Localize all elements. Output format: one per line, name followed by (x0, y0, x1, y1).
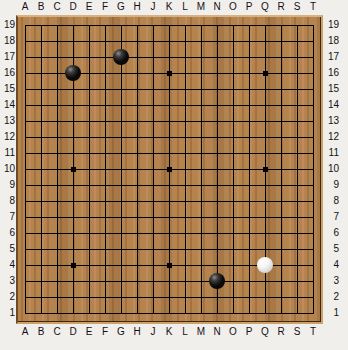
intersection-S15[interactable] (289, 81, 305, 97)
intersection-R13[interactable] (273, 113, 289, 129)
intersection-F13[interactable] (97, 113, 113, 129)
intersection-B2[interactable] (33, 289, 49, 305)
intersection-J9[interactable] (145, 177, 161, 193)
intersection-R12[interactable] (273, 129, 289, 145)
intersection-S2[interactable] (289, 289, 305, 305)
intersection-R15[interactable] (273, 81, 289, 97)
intersection-K11[interactable] (161, 145, 177, 161)
intersection-O11[interactable] (225, 145, 241, 161)
intersection-T4[interactable] (305, 257, 321, 273)
intersection-C1[interactable] (49, 305, 65, 321)
intersection-S3[interactable] (289, 273, 305, 289)
intersection-L3[interactable] (177, 273, 193, 289)
intersection-G17[interactable] (113, 49, 129, 65)
intersection-C2[interactable] (49, 289, 65, 305)
intersection-P8[interactable] (241, 193, 257, 209)
intersection-G15[interactable] (113, 81, 129, 97)
intersection-H17[interactable] (129, 49, 145, 65)
intersection-N1[interactable] (209, 305, 225, 321)
intersection-L12[interactable] (177, 129, 193, 145)
intersection-Q8[interactable] (257, 193, 273, 209)
intersection-J1[interactable] (145, 305, 161, 321)
intersection-M11[interactable] (193, 145, 209, 161)
intersection-R8[interactable] (273, 193, 289, 209)
intersection-R6[interactable] (273, 225, 289, 241)
intersection-B10[interactable] (33, 161, 49, 177)
intersection-K19[interactable] (161, 17, 177, 33)
intersection-N14[interactable] (209, 97, 225, 113)
intersection-M19[interactable] (193, 17, 209, 33)
intersection-G13[interactable] (113, 113, 129, 129)
intersection-L8[interactable] (177, 193, 193, 209)
intersection-N6[interactable] (209, 225, 225, 241)
intersection-G16[interactable] (113, 65, 129, 81)
intersection-F17[interactable] (97, 49, 113, 65)
intersection-F10[interactable] (97, 161, 113, 177)
intersection-D1[interactable] (65, 305, 81, 321)
intersection-G3[interactable] (113, 273, 129, 289)
intersection-S5[interactable] (289, 241, 305, 257)
intersection-T9[interactable] (305, 177, 321, 193)
intersection-A1[interactable] (17, 305, 33, 321)
intersection-P2[interactable] (241, 289, 257, 305)
intersection-T7[interactable] (305, 209, 321, 225)
intersection-N13[interactable] (209, 113, 225, 129)
intersection-S9[interactable] (289, 177, 305, 193)
intersection-B12[interactable] (33, 129, 49, 145)
intersection-F6[interactable] (97, 225, 113, 241)
intersection-A15[interactable] (17, 81, 33, 97)
intersection-G2[interactable] (113, 289, 129, 305)
intersection-F14[interactable] (97, 97, 113, 113)
black-stone-N3[interactable] (209, 273, 225, 289)
intersection-Q5[interactable] (257, 241, 273, 257)
intersection-O12[interactable] (225, 129, 241, 145)
intersection-R18[interactable] (273, 33, 289, 49)
intersection-Q1[interactable] (257, 305, 273, 321)
intersection-A16[interactable] (17, 65, 33, 81)
intersection-N3[interactable] (209, 273, 225, 289)
intersection-D12[interactable] (65, 129, 81, 145)
intersection-L6[interactable] (177, 225, 193, 241)
intersection-F19[interactable] (97, 17, 113, 33)
intersection-T6[interactable] (305, 225, 321, 241)
intersection-G19[interactable] (113, 17, 129, 33)
intersection-D3[interactable] (65, 273, 81, 289)
intersection-Q15[interactable] (257, 81, 273, 97)
intersection-J13[interactable] (145, 113, 161, 129)
intersection-G11[interactable] (113, 145, 129, 161)
intersection-C7[interactable] (49, 209, 65, 225)
intersection-H18[interactable] (129, 33, 145, 49)
intersection-M1[interactable] (193, 305, 209, 321)
intersection-S1[interactable] (289, 305, 305, 321)
intersection-F4[interactable] (97, 257, 113, 273)
intersection-S4[interactable] (289, 257, 305, 273)
intersection-Q6[interactable] (257, 225, 273, 241)
intersection-A10[interactable] (17, 161, 33, 177)
intersection-J7[interactable] (145, 209, 161, 225)
intersection-P10[interactable] (241, 161, 257, 177)
intersection-H13[interactable] (129, 113, 145, 129)
intersection-Q11[interactable] (257, 145, 273, 161)
intersection-R14[interactable] (273, 97, 289, 113)
intersection-D11[interactable] (65, 145, 81, 161)
intersection-D16[interactable] (65, 65, 81, 81)
intersection-D17[interactable] (65, 49, 81, 65)
intersection-K5[interactable] (161, 241, 177, 257)
intersection-S10[interactable] (289, 161, 305, 177)
intersection-A13[interactable] (17, 113, 33, 129)
intersection-R17[interactable] (273, 49, 289, 65)
intersection-D9[interactable] (65, 177, 81, 193)
intersection-L13[interactable] (177, 113, 193, 129)
intersection-L10[interactable] (177, 161, 193, 177)
intersection-N8[interactable] (209, 193, 225, 209)
intersection-Q4[interactable] (257, 257, 273, 273)
intersection-E9[interactable] (81, 177, 97, 193)
intersection-K3[interactable] (161, 273, 177, 289)
intersection-J16[interactable] (145, 65, 161, 81)
intersection-A17[interactable] (17, 49, 33, 65)
intersection-O9[interactable] (225, 177, 241, 193)
intersection-N7[interactable] (209, 209, 225, 225)
intersection-K7[interactable] (161, 209, 177, 225)
intersection-E7[interactable] (81, 209, 97, 225)
intersection-K15[interactable] (161, 81, 177, 97)
intersection-K2[interactable] (161, 289, 177, 305)
intersection-T15[interactable] (305, 81, 321, 97)
intersection-C10[interactable] (49, 161, 65, 177)
intersection-A14[interactable] (17, 97, 33, 113)
intersection-S17[interactable] (289, 49, 305, 65)
intersection-L4[interactable] (177, 257, 193, 273)
intersection-E12[interactable] (81, 129, 97, 145)
intersection-O19[interactable] (225, 17, 241, 33)
intersection-F8[interactable] (97, 193, 113, 209)
intersection-H10[interactable] (129, 161, 145, 177)
intersection-J8[interactable] (145, 193, 161, 209)
intersection-H3[interactable] (129, 273, 145, 289)
intersection-O6[interactable] (225, 225, 241, 241)
intersection-Q12[interactable] (257, 129, 273, 145)
intersection-A5[interactable] (17, 241, 33, 257)
intersection-Q16[interactable] (257, 65, 273, 81)
intersection-F18[interactable] (97, 33, 113, 49)
intersection-M5[interactable] (193, 241, 209, 257)
intersection-P1[interactable] (241, 305, 257, 321)
intersection-O4[interactable] (225, 257, 241, 273)
intersection-P5[interactable] (241, 241, 257, 257)
intersection-R16[interactable] (273, 65, 289, 81)
intersection-S7[interactable] (289, 209, 305, 225)
intersection-O7[interactable] (225, 209, 241, 225)
intersection-C6[interactable] (49, 225, 65, 241)
intersection-C3[interactable] (49, 273, 65, 289)
intersection-Q19[interactable] (257, 17, 273, 33)
intersection-G4[interactable] (113, 257, 129, 273)
intersection-C8[interactable] (49, 193, 65, 209)
intersection-E13[interactable] (81, 113, 97, 129)
black-stone-D16[interactable] (65, 65, 81, 81)
intersection-T3[interactable] (305, 273, 321, 289)
intersection-D19[interactable] (65, 17, 81, 33)
intersection-G7[interactable] (113, 209, 129, 225)
intersection-B6[interactable] (33, 225, 49, 241)
intersection-T10[interactable] (305, 161, 321, 177)
intersection-H7[interactable] (129, 209, 145, 225)
intersection-B5[interactable] (33, 241, 49, 257)
intersection-Q18[interactable] (257, 33, 273, 49)
intersection-G8[interactable] (113, 193, 129, 209)
intersection-N9[interactable] (209, 177, 225, 193)
intersection-O15[interactable] (225, 81, 241, 97)
intersection-P9[interactable] (241, 177, 257, 193)
intersection-L11[interactable] (177, 145, 193, 161)
intersection-D8[interactable] (65, 193, 81, 209)
intersection-C9[interactable] (49, 177, 65, 193)
intersection-O14[interactable] (225, 97, 241, 113)
intersection-N10[interactable] (209, 161, 225, 177)
intersection-D2[interactable] (65, 289, 81, 305)
intersection-B14[interactable] (33, 97, 49, 113)
intersection-A18[interactable] (17, 33, 33, 49)
intersection-C11[interactable] (49, 145, 65, 161)
intersection-N19[interactable] (209, 17, 225, 33)
intersection-E15[interactable] (81, 81, 97, 97)
intersection-H11[interactable] (129, 145, 145, 161)
intersection-O1[interactable] (225, 305, 241, 321)
intersection-J18[interactable] (145, 33, 161, 49)
intersection-P16[interactable] (241, 65, 257, 81)
intersection-T19[interactable] (305, 17, 321, 33)
intersection-B7[interactable] (33, 209, 49, 225)
intersection-G18[interactable] (113, 33, 129, 49)
intersection-C13[interactable] (49, 113, 65, 129)
intersection-K9[interactable] (161, 177, 177, 193)
intersection-D15[interactable] (65, 81, 81, 97)
intersection-R10[interactable] (273, 161, 289, 177)
intersection-M4[interactable] (193, 257, 209, 273)
intersection-L18[interactable] (177, 33, 193, 49)
intersection-D13[interactable] (65, 113, 81, 129)
intersection-G14[interactable] (113, 97, 129, 113)
intersection-J14[interactable] (145, 97, 161, 113)
intersection-S6[interactable] (289, 225, 305, 241)
intersection-B16[interactable] (33, 65, 49, 81)
intersection-S18[interactable] (289, 33, 305, 49)
intersection-A6[interactable] (17, 225, 33, 241)
intersection-C18[interactable] (49, 33, 65, 49)
intersection-B1[interactable] (33, 305, 49, 321)
intersection-C19[interactable] (49, 17, 65, 33)
intersection-E17[interactable] (81, 49, 97, 65)
intersection-Q14[interactable] (257, 97, 273, 113)
intersection-P4[interactable] (241, 257, 257, 273)
intersection-J3[interactable] (145, 273, 161, 289)
intersection-Q10[interactable] (257, 161, 273, 177)
intersection-A11[interactable] (17, 145, 33, 161)
intersection-J4[interactable] (145, 257, 161, 273)
intersection-R7[interactable] (273, 209, 289, 225)
intersection-N15[interactable] (209, 81, 225, 97)
intersection-H14[interactable] (129, 97, 145, 113)
intersection-M8[interactable] (193, 193, 209, 209)
intersection-Q7[interactable] (257, 209, 273, 225)
intersection-E1[interactable] (81, 305, 97, 321)
intersection-E11[interactable] (81, 145, 97, 161)
intersection-R2[interactable] (273, 289, 289, 305)
intersection-A4[interactable] (17, 257, 33, 273)
intersection-F12[interactable] (97, 129, 113, 145)
intersection-K14[interactable] (161, 97, 177, 113)
intersection-A3[interactable] (17, 273, 33, 289)
white-stone-Q4[interactable] (257, 257, 273, 273)
intersection-B9[interactable] (33, 177, 49, 193)
intersection-S19[interactable] (289, 17, 305, 33)
intersection-G6[interactable] (113, 225, 129, 241)
intersection-P6[interactable] (241, 225, 257, 241)
intersection-R5[interactable] (273, 241, 289, 257)
intersection-O18[interactable] (225, 33, 241, 49)
intersection-R19[interactable] (273, 17, 289, 33)
intersection-F2[interactable] (97, 289, 113, 305)
intersection-K8[interactable] (161, 193, 177, 209)
intersection-M6[interactable] (193, 225, 209, 241)
intersection-N17[interactable] (209, 49, 225, 65)
intersection-H8[interactable] (129, 193, 145, 209)
intersection-S12[interactable] (289, 129, 305, 145)
intersection-R4[interactable] (273, 257, 289, 273)
intersection-E2[interactable] (81, 289, 97, 305)
intersection-J10[interactable] (145, 161, 161, 177)
intersection-L15[interactable] (177, 81, 193, 97)
intersection-K4[interactable] (161, 257, 177, 273)
intersection-A2[interactable] (17, 289, 33, 305)
intersection-S8[interactable] (289, 193, 305, 209)
intersection-T8[interactable] (305, 193, 321, 209)
intersection-E4[interactable] (81, 257, 97, 273)
intersection-D18[interactable] (65, 33, 81, 49)
intersection-O5[interactable] (225, 241, 241, 257)
intersection-E16[interactable] (81, 65, 97, 81)
intersection-A9[interactable] (17, 177, 33, 193)
intersection-C15[interactable] (49, 81, 65, 97)
intersection-H5[interactable] (129, 241, 145, 257)
intersection-E19[interactable] (81, 17, 97, 33)
intersection-H9[interactable] (129, 177, 145, 193)
intersection-O3[interactable] (225, 273, 241, 289)
intersection-B15[interactable] (33, 81, 49, 97)
intersection-M9[interactable] (193, 177, 209, 193)
intersection-C12[interactable] (49, 129, 65, 145)
intersection-S16[interactable] (289, 65, 305, 81)
intersection-L17[interactable] (177, 49, 193, 65)
intersection-N4[interactable] (209, 257, 225, 273)
intersection-H1[interactable] (129, 305, 145, 321)
intersection-F16[interactable] (97, 65, 113, 81)
intersection-O2[interactable] (225, 289, 241, 305)
black-stone-G17[interactable] (113, 49, 129, 65)
intersection-P13[interactable] (241, 113, 257, 129)
intersection-G1[interactable] (113, 305, 129, 321)
intersection-J2[interactable] (145, 289, 161, 305)
intersection-D10[interactable] (65, 161, 81, 177)
intersection-M7[interactable] (193, 209, 209, 225)
intersection-M14[interactable] (193, 97, 209, 113)
intersection-J15[interactable] (145, 81, 161, 97)
intersection-M10[interactable] (193, 161, 209, 177)
intersection-N16[interactable] (209, 65, 225, 81)
intersection-R3[interactable] (273, 273, 289, 289)
intersection-T14[interactable] (305, 97, 321, 113)
intersection-P19[interactable] (241, 17, 257, 33)
intersection-N11[interactable] (209, 145, 225, 161)
intersection-E10[interactable] (81, 161, 97, 177)
intersection-T12[interactable] (305, 129, 321, 145)
intersection-B8[interactable] (33, 193, 49, 209)
intersection-P3[interactable] (241, 273, 257, 289)
intersection-C4[interactable] (49, 257, 65, 273)
intersection-M13[interactable] (193, 113, 209, 129)
intersection-E6[interactable] (81, 225, 97, 241)
intersection-P14[interactable] (241, 97, 257, 113)
intersection-R9[interactable] (273, 177, 289, 193)
intersection-O16[interactable] (225, 65, 241, 81)
intersection-N12[interactable] (209, 129, 225, 145)
intersection-R11[interactable] (273, 145, 289, 161)
intersection-M12[interactable] (193, 129, 209, 145)
intersection-K1[interactable] (161, 305, 177, 321)
intersection-D14[interactable] (65, 97, 81, 113)
intersection-T18[interactable] (305, 33, 321, 49)
intersection-F15[interactable] (97, 81, 113, 97)
intersection-E3[interactable] (81, 273, 97, 289)
intersection-S13[interactable] (289, 113, 305, 129)
intersection-N5[interactable] (209, 241, 225, 257)
intersection-L5[interactable] (177, 241, 193, 257)
intersection-H4[interactable] (129, 257, 145, 273)
intersection-J11[interactable] (145, 145, 161, 161)
intersection-S11[interactable] (289, 145, 305, 161)
intersection-O10[interactable] (225, 161, 241, 177)
intersection-L9[interactable] (177, 177, 193, 193)
intersection-B11[interactable] (33, 145, 49, 161)
intersection-C5[interactable] (49, 241, 65, 257)
intersection-F1[interactable] (97, 305, 113, 321)
intersection-M2[interactable] (193, 289, 209, 305)
intersection-N18[interactable] (209, 33, 225, 49)
intersection-D7[interactable] (65, 209, 81, 225)
intersection-T17[interactable] (305, 49, 321, 65)
intersection-P17[interactable] (241, 49, 257, 65)
intersection-Q9[interactable] (257, 177, 273, 193)
intersection-T2[interactable] (305, 289, 321, 305)
intersection-T13[interactable] (305, 113, 321, 129)
intersection-F5[interactable] (97, 241, 113, 257)
intersection-E14[interactable] (81, 97, 97, 113)
intersection-B19[interactable] (33, 17, 49, 33)
intersection-M15[interactable] (193, 81, 209, 97)
intersection-O17[interactable] (225, 49, 241, 65)
intersection-T11[interactable] (305, 145, 321, 161)
intersection-M17[interactable] (193, 49, 209, 65)
intersection-G12[interactable] (113, 129, 129, 145)
intersection-P11[interactable] (241, 145, 257, 161)
intersection-G5[interactable] (113, 241, 129, 257)
intersection-J19[interactable] (145, 17, 161, 33)
intersection-A12[interactable] (17, 129, 33, 145)
